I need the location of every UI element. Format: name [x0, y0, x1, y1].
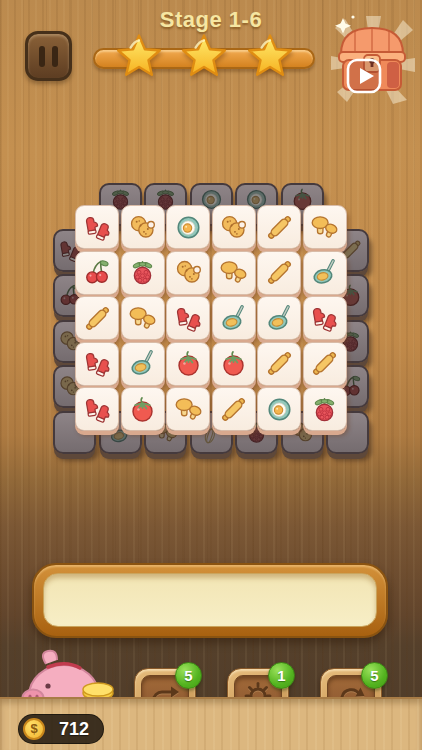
cookie-icon	[173, 257, 204, 288]
coin-amount: 712	[51, 715, 97, 743]
dollar-coin-icon: $	[23, 718, 45, 740]
tile-mushroom[interactable]	[303, 205, 347, 249]
tile-tomato[interactable]	[212, 342, 256, 386]
pan-icon	[264, 303, 295, 334]
tile-pin[interactable]	[257, 342, 301, 386]
raspberry-icon	[127, 257, 158, 288]
coin-counter: $ 712	[18, 714, 104, 744]
tile-cookie[interactable]	[166, 251, 210, 295]
raspberry-icon	[309, 394, 340, 425]
mushroom-icon	[127, 303, 158, 334]
pan-icon	[127, 348, 158, 379]
mushroom-icon	[218, 257, 249, 288]
mitten-icon	[82, 348, 113, 379]
tile-pan[interactable]	[212, 296, 256, 340]
tile-mitten[interactable]	[75, 205, 119, 249]
tomato-icon	[218, 348, 249, 379]
tile-cookie[interactable]	[121, 205, 165, 249]
tile-pin[interactable]	[212, 387, 256, 431]
collection-tray-slots	[43, 573, 377, 627]
pan-icon	[218, 303, 249, 334]
tile-pan[interactable]	[257, 296, 301, 340]
mitten-icon	[309, 303, 340, 334]
tile-mitten[interactable]	[303, 296, 347, 340]
tile-pin[interactable]	[257, 251, 301, 295]
cherry-icon	[82, 257, 113, 288]
tile-mitten[interactable]	[75, 342, 119, 386]
egg-icon	[264, 394, 295, 425]
mitten-icon	[82, 212, 113, 243]
pin-icon	[82, 303, 113, 334]
cookie-icon	[127, 212, 158, 243]
tile-pin[interactable]	[303, 342, 347, 386]
tomato-icon	[127, 394, 158, 425]
hint-count-badge: 1	[268, 662, 295, 689]
tile-pin[interactable]	[257, 205, 301, 249]
pin-icon	[264, 348, 295, 379]
egg-icon	[173, 212, 204, 243]
tomato-icon	[173, 348, 204, 379]
pin-icon	[309, 348, 340, 379]
tile-pan[interactable]	[303, 251, 347, 295]
game-screen: Stage 1-6	[0, 0, 422, 750]
tile-raspberry[interactable]	[121, 251, 165, 295]
tile-tomato[interactable]	[121, 387, 165, 431]
tile-pin[interactable]	[75, 296, 119, 340]
pin-icon	[264, 257, 295, 288]
mushroom-icon	[173, 394, 204, 425]
tile-raspberry[interactable]	[303, 387, 347, 431]
undo-count-badge: 5	[175, 662, 202, 689]
tile-mushroom[interactable]	[121, 296, 165, 340]
tile-egg[interactable]	[257, 387, 301, 431]
tile-tomato[interactable]	[166, 342, 210, 386]
collection-tray	[32, 563, 388, 638]
tile-pan[interactable]	[121, 342, 165, 386]
mitten-icon	[82, 394, 113, 425]
tile-mitten[interactable]	[75, 387, 119, 431]
tile-mitten[interactable]	[166, 296, 210, 340]
cookie-icon	[218, 212, 249, 243]
shuffle-count-badge: 5	[361, 662, 388, 689]
pin-icon	[218, 394, 249, 425]
pan-icon	[309, 257, 340, 288]
tile-mushroom[interactable]	[212, 251, 256, 295]
tile-cookie[interactable]	[212, 205, 256, 249]
mushroom-icon	[309, 212, 340, 243]
mitten-icon	[173, 303, 204, 334]
tile-mushroom[interactable]	[166, 387, 210, 431]
pin-icon	[264, 212, 295, 243]
tile-egg[interactable]	[166, 205, 210, 249]
tile-cherry[interactable]	[75, 251, 119, 295]
